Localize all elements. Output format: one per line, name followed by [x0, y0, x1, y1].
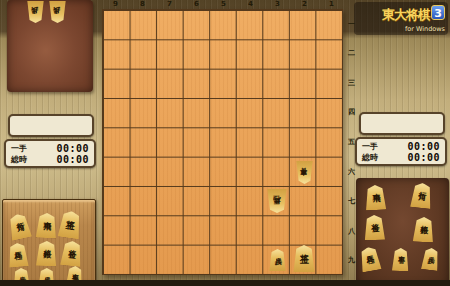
hand-piece-gote-pawn[interactable]: 歩兵	[27, 1, 44, 23]
box-piece-rook[interactable]: 飛車	[35, 212, 57, 238]
total-time-label: 総時	[362, 152, 378, 163]
left-total-time-row: 総時 00:00	[11, 154, 89, 165]
right-time-panel: 一手 00:00 総時 00:00	[355, 137, 447, 166]
bottom-shadow-strip	[0, 280, 450, 286]
box-piece-bishop[interactable]: 角行	[7, 212, 33, 241]
left-time-panel: 一手 00:00 総時 00:00	[4, 139, 96, 168]
gote-hand-tray: 歩兵 歩兵	[7, 0, 93, 92]
sente-hand-tray: 飛車 角行 金将 銀将 桂馬 香車 歩兵	[356, 178, 449, 286]
hand-piece-sente-pawn[interactable]: 歩兵	[421, 247, 441, 271]
hand-piece-sente-knight[interactable]: 桂馬	[358, 245, 382, 272]
logo-title: 東大将棋	[382, 7, 430, 22]
board-file-labels: 987654321	[102, 0, 345, 9]
board-piece-2f-gote-lance[interactable]: 香車	[296, 161, 313, 184]
hand-piece-sente-rook[interactable]: 飛車	[364, 184, 386, 210]
total-time-value: 00:00	[56, 154, 89, 165]
hand-piece-sente-silver[interactable]: 銀将	[412, 216, 434, 242]
move-time-value: 00:00	[407, 141, 440, 152]
move-time-label: 一手	[362, 141, 378, 152]
move-time-label: 一手	[11, 143, 27, 154]
left-player-clock: 一手 00:00 総時 00:00	[4, 114, 96, 168]
move-time-value: 00:00	[56, 143, 89, 154]
right-total-time-row: 総時 00:00	[362, 152, 440, 163]
hand-piece-sente-gold[interactable]: 金将	[364, 215, 386, 241]
box-piece-silver[interactable]: 銀将	[36, 241, 58, 267]
logo-subtitle: for Windows	[357, 25, 445, 33]
left-player-nameplate	[8, 114, 94, 137]
total-time-value: 00:00	[407, 152, 440, 163]
box-piece-gold[interactable]: 金将	[60, 240, 83, 267]
box-piece-knight[interactable]: 桂馬	[7, 242, 29, 268]
hand-piece-gote-pawn[interactable]: 歩兵	[49, 1, 66, 23]
piece-box-tray: 角行 飛車 王将 桂馬 銀将 金将 歩兵 歩兵 香車	[2, 199, 96, 286]
hand-piece-sente-bishop[interactable]: 角行	[410, 182, 433, 209]
left-move-time-row: 一手 00:00	[11, 143, 89, 154]
app-window: 歩兵 歩兵 東大将棋3 for Windows 987654321 一二三四五六…	[0, 0, 450, 286]
shogi-board[interactable]	[102, 9, 343, 275]
total-time-label: 総時	[11, 154, 27, 165]
board-piece-2i-sente-king[interactable]: 王将	[293, 245, 315, 272]
logo-version-badge: 3	[431, 5, 445, 20]
right-player-nameplate	[359, 112, 445, 135]
board-piece-3g-gote-knight[interactable]: 桂馬	[267, 189, 287, 213]
app-logo: 東大将棋3 for Windows	[354, 2, 448, 35]
right-move-time-row: 一手 00:00	[362, 141, 440, 152]
board-piece-3i-sente-pawn[interactable]: 歩兵	[269, 249, 286, 271]
box-piece-king[interactable]: 王将	[57, 210, 83, 240]
right-player-clock: 一手 00:00 総時 00:00	[355, 112, 447, 166]
hand-piece-sente-lance[interactable]: 香車	[392, 248, 410, 272]
